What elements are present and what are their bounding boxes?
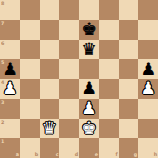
square-f1[interactable]: f [99, 138, 119, 158]
rank-label-1: 1 [1, 139, 4, 144]
square-c6[interactable] [40, 40, 60, 60]
square-e4[interactable]: ♟ [79, 79, 99, 99]
square-h6[interactable] [138, 40, 158, 60]
square-d4[interactable] [59, 79, 79, 99]
square-e1[interactable]: e [79, 138, 99, 158]
square-g6[interactable] [119, 40, 139, 60]
square-a5[interactable]: 5♟ [0, 59, 20, 79]
square-c7[interactable] [40, 20, 60, 40]
square-b6[interactable] [20, 40, 40, 60]
square-h5[interactable]: ♟ [138, 59, 158, 79]
white-pawn-e3[interactable]: ♟ [81, 100, 96, 117]
black-queen-e6[interactable]: ♛ [81, 40, 96, 57]
rank-label-3: 3 [1, 100, 4, 105]
square-f5[interactable] [99, 59, 119, 79]
rank-label-8: 8 [1, 1, 4, 6]
square-d3[interactable] [59, 99, 79, 119]
file-label-e: e [94, 152, 97, 157]
rank-label-7: 7 [1, 21, 4, 26]
file-label-b: b [35, 152, 38, 157]
square-f6[interactable] [99, 40, 119, 60]
rank-label-2: 2 [1, 120, 4, 125]
square-a3[interactable]: 3 [0, 99, 20, 119]
white-pawn-h4[interactable]: ♟ [141, 80, 156, 97]
square-c5[interactable] [40, 59, 60, 79]
square-b7[interactable] [20, 20, 40, 40]
rank-label-6: 6 [1, 41, 4, 46]
square-h4[interactable]: ♟ [138, 79, 158, 99]
square-e7[interactable]: ♚ [79, 20, 99, 40]
square-c1[interactable]: c [40, 138, 60, 158]
square-a8[interactable]: 8 [0, 0, 20, 20]
square-d8[interactable] [59, 0, 79, 20]
square-b5[interactable] [20, 59, 40, 79]
square-e8[interactable] [79, 0, 99, 20]
square-f3[interactable] [99, 99, 119, 119]
file-label-a: a [16, 152, 19, 157]
square-d6[interactable] [59, 40, 79, 60]
black-pawn-e4[interactable]: ♟ [81, 80, 96, 97]
square-g3[interactable] [119, 99, 139, 119]
square-c3[interactable] [40, 99, 60, 119]
square-e5[interactable] [79, 59, 99, 79]
file-label-g: g [134, 152, 137, 157]
chess-board: 87♚6♛5♟♟4♟♟♟3♟2♛♚1abcdefgh [0, 0, 158, 158]
square-d7[interactable] [59, 20, 79, 40]
square-f7[interactable] [99, 20, 119, 40]
white-king-e2[interactable]: ♚ [81, 119, 96, 136]
square-b4[interactable] [20, 79, 40, 99]
file-label-h: h [154, 152, 157, 157]
square-e2[interactable]: ♚ [79, 119, 99, 139]
square-b3[interactable] [20, 99, 40, 119]
square-h2[interactable] [138, 119, 158, 139]
square-g2[interactable] [119, 119, 139, 139]
square-c4[interactable] [40, 79, 60, 99]
black-pawn-h5[interactable]: ♟ [141, 60, 156, 77]
file-label-c: c [55, 152, 58, 157]
square-h8[interactable] [138, 0, 158, 20]
file-label-f: f [115, 152, 117, 157]
square-a4[interactable]: 4♟ [0, 79, 20, 99]
square-c8[interactable] [40, 0, 60, 20]
square-e3[interactable]: ♟ [79, 99, 99, 119]
square-g7[interactable] [119, 20, 139, 40]
square-f4[interactable] [99, 79, 119, 99]
square-a1[interactable]: 1a [0, 138, 20, 158]
square-h1[interactable]: h [138, 138, 158, 158]
square-d5[interactable] [59, 59, 79, 79]
file-label-d: d [75, 152, 78, 157]
square-h3[interactable] [138, 99, 158, 119]
square-h7[interactable] [138, 20, 158, 40]
square-b1[interactable]: b [20, 138, 40, 158]
square-f8[interactable] [99, 0, 119, 20]
square-f2[interactable] [99, 119, 119, 139]
square-g5[interactable] [119, 59, 139, 79]
black-king-e7[interactable]: ♚ [81, 21, 96, 38]
square-g1[interactable]: g [119, 138, 139, 158]
square-g8[interactable] [119, 0, 139, 20]
white-pawn-a4[interactable]: ♟ [2, 80, 17, 97]
square-a7[interactable]: 7 [0, 20, 20, 40]
square-d2[interactable] [59, 119, 79, 139]
square-g4[interactable] [119, 79, 139, 99]
square-c2[interactable]: ♛ [40, 119, 60, 139]
square-a6[interactable]: 6 [0, 40, 20, 60]
square-a2[interactable]: 2 [0, 119, 20, 139]
white-queen-c2[interactable]: ♛ [42, 119, 57, 136]
square-b2[interactable] [20, 119, 40, 139]
black-pawn-a5[interactable]: ♟ [2, 60, 17, 77]
square-b8[interactable] [20, 0, 40, 20]
square-e6[interactable]: ♛ [79, 40, 99, 60]
square-d1[interactable]: d [59, 138, 79, 158]
